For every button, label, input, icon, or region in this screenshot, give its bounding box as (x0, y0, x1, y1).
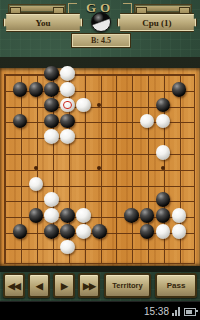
white-stone (44, 129, 59, 144)
black-stone (44, 224, 59, 239)
clock: 15:38 (144, 306, 169, 317)
black-stone (156, 98, 171, 113)
title-ornament-left (8, 4, 66, 13)
player-name-left: You (3, 13, 83, 32)
white-stone (60, 82, 75, 97)
skip-to-end-button[interactable]: ▶▶ (78, 273, 100, 298)
black-stone (140, 208, 155, 223)
score-display: B: 4.5 (71, 33, 131, 48)
white-stone (156, 114, 171, 129)
board-frame (0, 57, 200, 272)
skip-to-start-button[interactable]: ◀◀ (3, 273, 25, 298)
step-back-button[interactable]: ◀ (28, 273, 50, 298)
star-point (97, 103, 101, 107)
star-point (34, 166, 38, 170)
star-point (161, 166, 165, 170)
black-stone (92, 224, 107, 239)
pass-button[interactable]: Pass (155, 273, 197, 298)
title-bracket-left (68, 3, 77, 14)
turn-indicator-stone-icon (91, 12, 111, 32)
go-app-screen: GO You Cpu (1) B: 4.5 ◀◀ ◀ ▶ ▶▶ Territor… (0, 0, 200, 320)
white-stone (29, 177, 44, 192)
title-ornament-right (134, 4, 192, 13)
black-stone (29, 82, 44, 97)
player-name-right: Cpu (1) (117, 13, 197, 32)
white-stone (60, 129, 75, 144)
black-stone (172, 82, 187, 97)
white-stone (172, 208, 187, 223)
black-stone (44, 114, 59, 129)
white-stone (60, 98, 75, 113)
black-stone (60, 114, 75, 129)
black-stone (44, 98, 59, 113)
white-stone (44, 192, 59, 207)
black-stone (44, 82, 59, 97)
black-stone (156, 208, 171, 223)
black-stone (13, 224, 28, 239)
white-stone (76, 98, 91, 113)
white-stone (172, 224, 187, 239)
black-stone (44, 66, 59, 81)
black-stone (156, 192, 171, 207)
white-stone (140, 114, 155, 129)
black-stone (60, 208, 75, 223)
territory-button[interactable]: Territory (104, 273, 151, 298)
star-point (97, 166, 101, 170)
status-bar: 15:38 (0, 301, 200, 320)
black-stone (29, 208, 44, 223)
white-stone (76, 224, 91, 239)
step-forward-button[interactable]: ▶ (53, 273, 75, 298)
black-stone (60, 224, 75, 239)
black-stone (13, 114, 28, 129)
white-stone (60, 66, 75, 81)
control-bar: ◀◀ ◀ ▶ ▶▶ Territory Pass (0, 272, 200, 301)
white-stone (60, 240, 75, 255)
white-stone (76, 208, 91, 223)
white-stone (156, 145, 171, 160)
battery-icon (184, 308, 196, 316)
black-stone (124, 208, 139, 223)
stone-layer (0, 66, 200, 271)
black-stone (13, 82, 28, 97)
go-board[interactable] (0, 68, 200, 266)
black-stone (140, 224, 155, 239)
title-bracket-right (123, 3, 132, 14)
white-stone (44, 208, 59, 223)
signal-icon (172, 307, 181, 316)
white-stone (156, 224, 171, 239)
